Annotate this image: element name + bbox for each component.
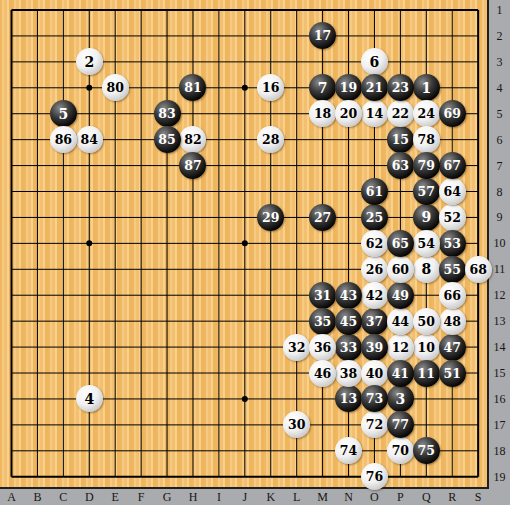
goban: [0, 0, 489, 489]
column-label-I: I: [210, 490, 228, 504]
column-label-A: A: [3, 490, 21, 504]
star-point: [86, 85, 92, 91]
star-point: [242, 240, 248, 246]
star-point: [242, 396, 248, 402]
column-label-M: M: [314, 490, 332, 504]
row-label-1: 1: [489, 2, 510, 18]
row-label-8: 8: [489, 184, 510, 200]
column-label-L: L: [288, 490, 306, 504]
row-label-18: 18: [489, 443, 510, 459]
row-label-13: 13: [489, 313, 510, 329]
column-label-H: H: [184, 490, 202, 504]
row-label-7: 7: [489, 158, 510, 174]
row-label-11: 11: [489, 261, 510, 277]
column-label-F: F: [132, 490, 150, 504]
column-label-B: B: [28, 490, 46, 504]
row-label-10: 10: [489, 235, 510, 251]
column-label-E: E: [106, 490, 124, 504]
board-grid: [0, 0, 489, 489]
row-label-3: 3: [489, 54, 510, 70]
row-label-19: 19: [489, 469, 510, 485]
column-label-P: P: [391, 490, 409, 504]
column-label-D: D: [80, 490, 98, 504]
column-label-K: K: [262, 490, 280, 504]
row-label-14: 14: [489, 339, 510, 355]
row-label-15: 15: [489, 365, 510, 381]
row-label-2: 2: [489, 28, 510, 44]
column-labels: ABCDEFGHIJKLMNOPQRS: [0, 489, 489, 505]
row-label-9: 9: [489, 209, 510, 225]
star-point: [86, 240, 92, 246]
column-label-S: S: [469, 490, 487, 504]
row-label-17: 17: [489, 417, 510, 433]
go-kifu-diagram: 12345678910111213141516171819 ABCDEFGHIJ…: [0, 0, 510, 505]
column-label-C: C: [54, 490, 72, 504]
column-label-G: G: [158, 490, 176, 504]
column-label-R: R: [443, 490, 461, 504]
row-label-5: 5: [489, 106, 510, 122]
column-label-Q: Q: [417, 490, 435, 504]
star-point: [242, 85, 248, 91]
row-label-6: 6: [489, 132, 510, 148]
row-label-12: 12: [489, 287, 510, 303]
row-label-16: 16: [489, 391, 510, 407]
row-labels: 12345678910111213141516171819: [489, 0, 510, 505]
column-label-N: N: [340, 490, 358, 504]
row-label-4: 4: [489, 80, 510, 96]
column-label-J: J: [236, 490, 254, 504]
column-label-O: O: [365, 490, 383, 504]
